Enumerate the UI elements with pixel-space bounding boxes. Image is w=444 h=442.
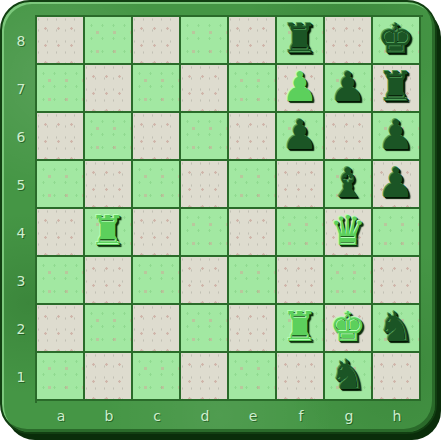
white-pawn[interactable]: ♟ xyxy=(282,64,319,110)
square-e5[interactable] xyxy=(229,161,277,209)
file-label-a: a xyxy=(37,403,85,429)
square-e3[interactable] xyxy=(229,257,277,305)
square-d5[interactable] xyxy=(181,161,229,209)
file-label-g: g xyxy=(325,403,373,429)
rank-label-1: 1 xyxy=(10,353,32,401)
square-c3[interactable] xyxy=(133,257,181,305)
square-a3[interactable] xyxy=(37,257,85,305)
square-a7[interactable] xyxy=(37,65,85,113)
black-pawn[interactable]: ♟ xyxy=(330,64,367,110)
square-c8[interactable] xyxy=(133,17,181,65)
rank-label-7: 7 xyxy=(10,65,32,113)
black-pawn[interactable]: ♟ xyxy=(378,112,415,158)
square-e6[interactable] xyxy=(229,113,277,161)
square-f1[interactable] xyxy=(277,353,325,401)
square-b1[interactable] xyxy=(85,353,133,401)
square-g8[interactable] xyxy=(325,17,373,65)
square-d8[interactable] xyxy=(181,17,229,65)
square-g1[interactable]: ♞ xyxy=(325,353,373,401)
square-f8[interactable]: ♜ xyxy=(277,17,325,65)
square-g6[interactable] xyxy=(325,113,373,161)
rank-label-4: 4 xyxy=(10,209,32,257)
black-pawn[interactable]: ♟ xyxy=(378,160,415,206)
square-f2[interactable]: ♜ xyxy=(277,305,325,353)
square-g7[interactable]: ♟ xyxy=(325,65,373,113)
black-knight[interactable]: ♞ xyxy=(330,352,367,398)
file-label-d: d xyxy=(181,403,229,429)
square-h2[interactable]: ♞ xyxy=(373,305,421,353)
white-king[interactable]: ♚ xyxy=(330,304,367,350)
square-c4[interactable] xyxy=(133,209,181,257)
square-d1[interactable] xyxy=(181,353,229,401)
square-a2[interactable] xyxy=(37,305,85,353)
square-b5[interactable] xyxy=(85,161,133,209)
square-d4[interactable] xyxy=(181,209,229,257)
square-g3[interactable] xyxy=(325,257,373,305)
square-g4[interactable]: ♛ xyxy=(325,209,373,257)
square-a8[interactable] xyxy=(37,17,85,65)
square-c1[interactable] xyxy=(133,353,181,401)
square-f5[interactable] xyxy=(277,161,325,209)
square-f3[interactable] xyxy=(277,257,325,305)
square-e8[interactable] xyxy=(229,17,277,65)
square-e2[interactable] xyxy=(229,305,277,353)
square-d7[interactable] xyxy=(181,65,229,113)
square-h1[interactable] xyxy=(373,353,421,401)
chess-board: ♜♚♟♟♜♟♟♝♟♜♛♜♚♞♞ xyxy=(35,15,423,403)
square-h4[interactable] xyxy=(373,209,421,257)
square-d6[interactable] xyxy=(181,113,229,161)
rank-label-3: 3 xyxy=(10,257,32,305)
white-queen[interactable]: ♛ xyxy=(330,208,367,254)
file-label-h: h xyxy=(373,403,421,429)
rank-label-6: 6 xyxy=(10,113,32,161)
white-rook[interactable]: ♜ xyxy=(90,208,127,254)
square-h5[interactable]: ♟ xyxy=(373,161,421,209)
rank-label-8: 8 xyxy=(10,17,32,65)
file-label-c: c xyxy=(133,403,181,429)
square-a4[interactable] xyxy=(37,209,85,257)
file-label-f: f xyxy=(277,403,325,429)
square-d3[interactable] xyxy=(181,257,229,305)
board-frame: 87654321 abcdefgh ♜♚♟♟♜♟♟♝♟♜♛♜♚♞♞ xyxy=(0,0,437,434)
square-a5[interactable] xyxy=(37,161,85,209)
black-pawn[interactable]: ♟ xyxy=(282,112,319,158)
square-a6[interactable] xyxy=(37,113,85,161)
square-b3[interactable] xyxy=(85,257,133,305)
black-rook[interactable]: ♜ xyxy=(282,16,319,62)
square-h7[interactable]: ♜ xyxy=(373,65,421,113)
square-c5[interactable] xyxy=(133,161,181,209)
rank-label-5: 5 xyxy=(10,161,32,209)
square-b8[interactable] xyxy=(85,17,133,65)
black-rook[interactable]: ♜ xyxy=(378,64,415,110)
square-f4[interactable] xyxy=(277,209,325,257)
rank-label-2: 2 xyxy=(10,305,32,353)
square-b6[interactable] xyxy=(85,113,133,161)
black-knight[interactable]: ♞ xyxy=(378,304,415,350)
square-a1[interactable] xyxy=(37,353,85,401)
square-h3[interactable] xyxy=(373,257,421,305)
chessboard-window: 87654321 abcdefgh ♜♚♟♟♜♟♟♝♟♜♛♜♚♞♞ xyxy=(0,0,444,442)
square-f7[interactable]: ♟ xyxy=(277,65,325,113)
rank-labels: 87654321 xyxy=(10,17,32,401)
square-h8[interactable]: ♚ xyxy=(373,17,421,65)
square-h6[interactable]: ♟ xyxy=(373,113,421,161)
square-c7[interactable] xyxy=(133,65,181,113)
square-c6[interactable] xyxy=(133,113,181,161)
square-g5[interactable]: ♝ xyxy=(325,161,373,209)
square-g2[interactable]: ♚ xyxy=(325,305,373,353)
square-b7[interactable] xyxy=(85,65,133,113)
file-labels: abcdefgh xyxy=(37,403,421,429)
black-king[interactable]: ♚ xyxy=(378,16,415,62)
square-e1[interactable] xyxy=(229,353,277,401)
file-label-b: b xyxy=(85,403,133,429)
square-b4[interactable]: ♜ xyxy=(85,209,133,257)
file-label-e: e xyxy=(229,403,277,429)
square-f6[interactable]: ♟ xyxy=(277,113,325,161)
square-e7[interactable] xyxy=(229,65,277,113)
square-e4[interactable] xyxy=(229,209,277,257)
square-d2[interactable] xyxy=(181,305,229,353)
square-c2[interactable] xyxy=(133,305,181,353)
white-rook[interactable]: ♜ xyxy=(282,304,319,350)
square-b2[interactable] xyxy=(85,305,133,353)
black-bishop[interactable]: ♝ xyxy=(330,160,367,206)
